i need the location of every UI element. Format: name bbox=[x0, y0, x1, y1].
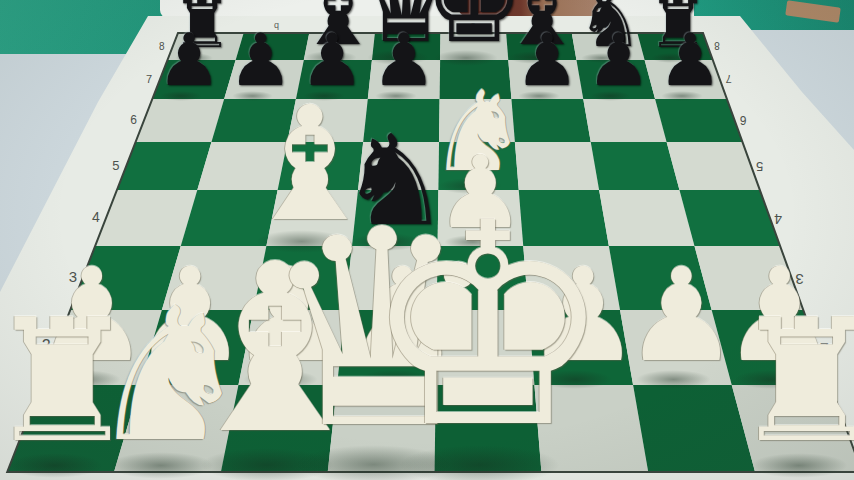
piece-black-P-d7: ♟ bbox=[371, 24, 436, 96]
piece-black-P-a7: ♟ bbox=[157, 24, 222, 96]
piece-white-R-h1: ♜ bbox=[731, 297, 854, 466]
chess-photo-frame: 87654328765432abcdefgh ♜♝♛♚♝♞♜♟♟♟♟♟♟♟♞♝♞… bbox=[0, 0, 854, 480]
piece-white-K-e1: ♚ bbox=[362, 187, 613, 467]
pieces-layer: ♜♝♛♚♝♞♜♟♟♟♟♟♟♟♞♝♞♟♟♟♟♟♟♟♟♜♞♝♛♚♜ bbox=[0, 0, 854, 480]
piece-black-P-g7: ♟ bbox=[586, 24, 651, 96]
piece-black-P-h7: ♟ bbox=[658, 24, 723, 96]
